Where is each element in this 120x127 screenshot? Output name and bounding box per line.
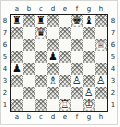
file-label-d: d [47,112,59,122]
square-e8[interactable] [59,15,71,27]
square-f8[interactable]: ♚ [71,15,83,27]
rank-label-2: 2 [0,87,10,99]
file-label-f: f [71,112,83,122]
rank-label-1: 1 [0,99,10,111]
piece-black-pawn: ♟ [47,51,59,63]
square-a1[interactable] [11,99,23,111]
square-b7[interactable] [23,27,35,39]
square-c2[interactable] [35,87,47,99]
square-g2[interactable]: ♙ [83,87,95,99]
rank-label-5: 5 [108,51,118,63]
square-d3[interactable]: ♗ [47,75,59,87]
piece-white-pawn: ♙ [83,87,95,99]
square-f7[interactable] [71,27,83,39]
piece-white-rook: ♖ [59,99,71,111]
square-e1[interactable]: ♖ [59,99,71,111]
piece-black-king: ♚ [71,15,83,27]
rank-label-6: 6 [108,39,118,51]
square-h8[interactable] [95,15,107,27]
square-e4[interactable] [59,63,71,75]
square-f1[interactable] [71,99,83,111]
square-b3[interactable] [23,75,35,87]
file-label-f: f [71,4,83,14]
square-d7[interactable] [47,27,59,39]
square-d5[interactable]: ♟ [47,51,59,63]
rank-label-3: 3 [0,75,10,87]
square-h5[interactable] [95,51,107,63]
square-e7[interactable] [59,27,71,39]
file-label-b: b [23,4,35,14]
file-label-g: g [83,112,95,122]
square-h4[interactable] [95,63,107,75]
square-f6[interactable] [71,39,83,51]
file-label-a: a [11,112,23,122]
square-g8[interactable]: ♝ [83,15,95,27]
square-d1[interactable] [47,99,59,111]
rank-label-6: 6 [0,39,10,51]
file-labels-bottom: abcdefgh [10,112,108,122]
square-f5[interactable] [71,51,83,63]
square-c8[interactable]: ♜ [35,15,47,27]
square-f2[interactable] [71,87,83,99]
square-a4[interactable]: ♟ [11,63,23,75]
diagram-page: abcdefgh 87654321 ♜♜♚♝♛♕♟♟♗♙♙♙♖♔ 8765432… [0,0,118,125]
square-h2[interactable] [95,87,107,99]
square-a5[interactable] [11,51,23,63]
piece-black-rook: ♜ [35,15,47,27]
rank-label-8: 8 [108,15,118,27]
chess-board: ♜♜♚♝♛♕♟♟♗♙♙♙♖♔ [10,14,108,112]
file-label-e: e [59,4,71,14]
square-d6[interactable] [47,39,59,51]
rank-label-5: 5 [0,51,10,63]
file-label-b: b [23,112,35,122]
file-label-h: h [95,112,107,122]
square-b2[interactable] [23,87,35,99]
square-g5[interactable] [83,51,95,63]
square-g4[interactable] [83,63,95,75]
file-labels-top: abcdefgh [10,4,108,14]
piece-black-pawn: ♟ [11,63,23,75]
piece-white-pawn: ♙ [71,75,83,87]
square-h1[interactable] [95,99,107,111]
rank-label-7: 7 [108,27,118,39]
square-a3[interactable] [11,75,23,87]
square-h3[interactable]: ♙ [95,75,107,87]
square-g6[interactable] [83,39,95,51]
square-d4[interactable] [47,63,59,75]
square-b1[interactable] [23,99,35,111]
chess-diagram: abcdefgh 87654321 ♜♜♚♝♛♕♟♟♗♙♙♙♖♔ 8765432… [0,4,118,122]
square-h6[interactable]: ♕ [95,39,107,51]
piece-white-bishop: ♗ [47,75,59,87]
square-f4[interactable] [71,63,83,75]
file-label-g: g [83,4,95,14]
square-c3[interactable] [35,75,47,87]
file-label-d: d [47,4,59,14]
rank-label-2: 2 [108,87,118,99]
square-d2[interactable] [47,87,59,99]
square-c4[interactable] [35,63,47,75]
file-label-c: c [35,112,47,122]
square-c5[interactable] [35,51,47,63]
piece-black-rook: ♜ [11,15,23,27]
square-e3[interactable] [59,75,71,87]
file-label-c: c [35,4,47,14]
square-a6[interactable] [11,39,23,51]
square-b8[interactable] [23,15,35,27]
rank-label-4: 4 [108,63,118,75]
piece-white-pawn: ♙ [95,75,107,87]
rank-label-3: 3 [108,75,118,87]
square-g7[interactable] [83,27,95,39]
rank-label-4: 4 [0,63,10,75]
file-label-h: h [95,4,107,14]
square-c7[interactable]: ♛ [35,27,47,39]
square-a7[interactable] [11,27,23,39]
square-b4[interactable] [23,63,35,75]
square-g3[interactable] [83,75,95,87]
rank-label-8: 8 [0,15,10,27]
square-h7[interactable] [95,27,107,39]
square-g1[interactable]: ♔ [83,99,95,111]
square-e6[interactable] [59,39,71,51]
file-label-a: a [11,4,23,14]
square-d8[interactable] [47,15,59,27]
rank-labels-right: 87654321 [108,14,118,112]
piece-black-bishop: ♝ [83,15,95,27]
square-e2[interactable] [59,87,71,99]
square-f3[interactable]: ♙ [71,75,83,87]
square-b5[interactable] [23,51,35,63]
square-e5[interactable] [59,51,71,63]
piece-white-king: ♔ [83,99,95,111]
square-c1[interactable] [35,99,47,111]
square-a2[interactable] [11,87,23,99]
piece-white-queen: ♕ [95,39,107,51]
square-a8[interactable]: ♜ [11,15,23,27]
square-b6[interactable] [23,39,35,51]
file-label-e: e [59,112,71,122]
rank-labels-left: 87654321 [0,14,10,112]
rank-label-7: 7 [0,27,10,39]
piece-black-queen: ♛ [35,27,47,39]
square-c6[interactable] [35,39,47,51]
rank-label-1: 1 [108,99,118,111]
